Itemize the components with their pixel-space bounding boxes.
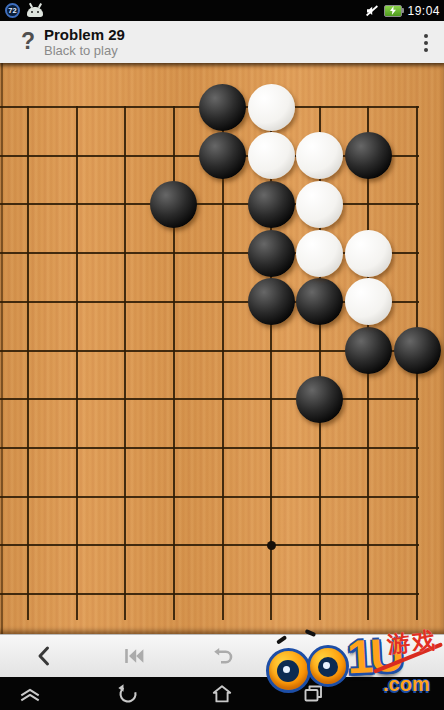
grid-line bbox=[0, 593, 419, 595]
status-bar: 72 19:04 bbox=[0, 0, 444, 21]
android-robot-icon bbox=[27, 7, 43, 17]
title-block: Problem 29 Black to play bbox=[44, 26, 125, 59]
white-stone bbox=[248, 132, 295, 179]
nav-back-icon bbox=[115, 682, 139, 706]
black-stone bbox=[248, 181, 295, 228]
mute-icon bbox=[365, 4, 379, 18]
overflow-menu-button[interactable] bbox=[416, 30, 436, 56]
clock: 19:04 bbox=[407, 4, 440, 18]
white-stone bbox=[248, 84, 295, 131]
grid-line bbox=[76, 106, 78, 620]
black-stone bbox=[199, 84, 246, 131]
nav-recents-button[interactable] bbox=[291, 679, 335, 709]
nav-back-button[interactable] bbox=[105, 679, 149, 709]
collapse-navbar-button[interactable] bbox=[8, 679, 52, 709]
help-button[interactable]: ? bbox=[17, 28, 39, 55]
skip-to-start-icon bbox=[122, 644, 146, 668]
nav-recents-icon bbox=[301, 682, 325, 706]
chevron-left-icon bbox=[33, 644, 57, 668]
battery-charging-icon bbox=[384, 5, 402, 17]
white-stone bbox=[345, 278, 392, 325]
black-stone bbox=[248, 230, 295, 277]
grid-line bbox=[27, 106, 29, 620]
grid-line bbox=[222, 106, 224, 620]
white-stone bbox=[345, 230, 392, 277]
grid-line bbox=[0, 544, 419, 546]
page-subtitle: Black to play bbox=[44, 43, 125, 59]
black-stone bbox=[296, 278, 343, 325]
nav-home-icon bbox=[210, 682, 234, 706]
black-stone bbox=[199, 132, 246, 179]
double-chevron-up-icon bbox=[15, 683, 45, 705]
white-stone bbox=[296, 181, 343, 228]
grid-line bbox=[0, 496, 419, 498]
board-left-edge bbox=[1, 63, 3, 634]
black-stone bbox=[150, 181, 197, 228]
white-stone bbox=[296, 230, 343, 277]
undo-icon bbox=[211, 644, 235, 668]
undo-button[interactable] bbox=[178, 635, 267, 677]
black-stone bbox=[296, 376, 343, 423]
star-point bbox=[267, 541, 276, 550]
black-stone bbox=[345, 132, 392, 179]
black-stone bbox=[345, 327, 392, 374]
app-header: ? Problem 29 Black to play bbox=[0, 21, 444, 63]
black-stone bbox=[248, 278, 295, 325]
battery-percent-badge-icon: 72 bbox=[5, 3, 20, 18]
back-button[interactable] bbox=[0, 635, 89, 677]
screen: 72 19:04 ? Problem 29 Black to play bbox=[0, 0, 444, 710]
skip-to-start-button[interactable] bbox=[89, 635, 178, 677]
go-board[interactable] bbox=[0, 63, 444, 634]
grid-line bbox=[0, 398, 419, 400]
badge-value: 72 bbox=[8, 6, 16, 15]
bottom-toolbar bbox=[0, 634, 444, 677]
nav-home-button[interactable] bbox=[200, 679, 244, 709]
page-title: Problem 29 bbox=[44, 26, 125, 43]
black-stone bbox=[394, 327, 441, 374]
grid-line bbox=[0, 447, 419, 449]
white-stone bbox=[296, 132, 343, 179]
grid-line bbox=[124, 106, 126, 620]
grid-line bbox=[0, 203, 419, 205]
android-nav-bar bbox=[0, 677, 444, 710]
